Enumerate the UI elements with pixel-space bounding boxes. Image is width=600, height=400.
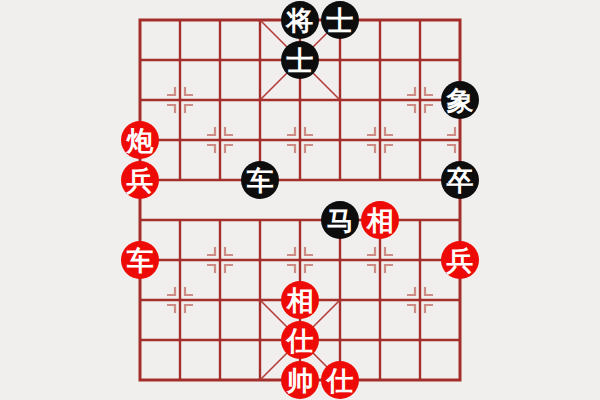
pieces-layer: 将士士象车卒马炮兵车相兵相仕帅仕 bbox=[0, 0, 600, 400]
black-soldier[interactable]: 卒 bbox=[441, 161, 479, 199]
red-chariot[interactable]: 车 bbox=[121, 241, 159, 279]
red-elephant[interactable]: 相 bbox=[361, 201, 399, 239]
black-horse[interactable]: 马 bbox=[321, 201, 359, 239]
red-soldier[interactable]: 兵 bbox=[121, 161, 159, 199]
black-advisor[interactable]: 士 bbox=[281, 41, 319, 79]
red-advisor[interactable]: 仕 bbox=[281, 321, 319, 359]
black-advisor[interactable]: 士 bbox=[321, 1, 359, 39]
red-elephant[interactable]: 相 bbox=[281, 281, 319, 319]
red-advisor[interactable]: 仕 bbox=[321, 361, 359, 399]
red-general[interactable]: 帅 bbox=[281, 361, 319, 399]
black-chariot[interactable]: 车 bbox=[241, 161, 279, 199]
black-elephant[interactable]: 象 bbox=[441, 81, 479, 119]
red-cannon[interactable]: 炮 bbox=[121, 121, 159, 159]
xiangqi-screenshot: 将士士象车卒马炮兵车相兵相仕帅仕 bbox=[0, 0, 600, 400]
red-soldier[interactable]: 兵 bbox=[441, 241, 479, 279]
black-general[interactable]: 将 bbox=[281, 1, 319, 39]
